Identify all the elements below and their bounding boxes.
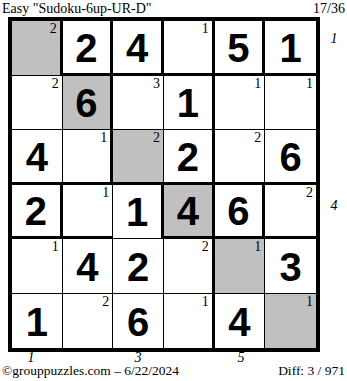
cell-r1c4[interactable]: 1 [164,21,215,76]
row-label-right-1: 1 [324,31,344,47]
cell-r3c4[interactable]: 2 [164,130,215,185]
cell-r4c1[interactable]: 2 [12,185,63,240]
cell-value: 4 [26,135,48,177]
cell-r5c1[interactable]: 1 [12,239,63,294]
cell-r2c1[interactable]: 2 [12,76,63,131]
puzzle-title: Easy "Sudoku-6up-UR-D" [2,1,151,16]
cell-r6c5[interactable]: 4 [215,294,266,349]
cell-value: 1 [26,300,48,342]
cell-value: 1 [177,81,199,123]
cell-r6c6[interactable]: 1 [265,294,316,349]
col-label-bottom-3: 3 [118,350,158,364]
corner-mark: 1 [306,76,313,92]
cell-r2c6[interactable]: 1 [265,76,316,131]
cell-r2c4[interactable]: 1 [164,76,215,131]
cell-r4c6[interactable]: 2 [265,185,316,240]
corner-mark: 2 [202,239,209,255]
cell-r5c3[interactable]: 2 [113,239,164,294]
corner-mark: 1 [52,239,59,255]
cell-r1c5[interactable]: 5 [215,21,266,76]
corner-mark: 1 [306,294,313,310]
cell-value: 4 [76,245,98,287]
cell-value: 4 [126,26,148,68]
cell-value: 6 [280,135,302,177]
cell-r5c6[interactable]: 3 [265,239,316,294]
corner-mark: 3 [153,76,160,92]
col-label-bottom-5: 5 [221,350,261,364]
cell-r3c6[interactable]: 6 [265,130,316,185]
cell-r1c6[interactable]: 1 [265,21,316,76]
corner-mark: 2 [153,130,160,146]
footer-bar: ©grouppuzzles.com – 6/22/2024 Diff: 3 / … [2,363,345,378]
cell-r1c1[interactable]: 2 [12,21,63,76]
cell-r3c3[interactable]: 2 [113,130,164,185]
progress-counter: 17/36 [313,1,345,16]
corner-mark: 2 [50,21,57,37]
copyright-text: ©grouppuzzles.com – 6/22/2024 [2,363,179,378]
cell-r2c2[interactable]: 6 [63,76,114,131]
cell-value: 4 [228,300,250,342]
cell-value: 2 [25,189,47,231]
header-bar: Easy "Sudoku-6up-UR-D" 17/36 [2,1,345,16]
cell-value: 4 [177,189,199,231]
cell-value: 2 [75,26,97,68]
corner-mark: 1 [100,130,107,146]
cell-r4c4[interactable]: 4 [164,185,215,240]
corner-mark: 2 [52,76,59,92]
cell-value: 2 [127,245,149,287]
cell-r6c3[interactable]: 6 [113,294,164,349]
cell-value: 6 [127,300,149,342]
cell-r3c2[interactable]: 1 [63,130,114,185]
cell-r6c1[interactable]: 1 [12,294,63,349]
corner-mark: 1 [202,21,209,37]
corner-mark: 2 [306,185,313,201]
cell-r5c2[interactable]: 4 [63,239,114,294]
puzzle-page: { "game": "Sudoku 6x6 (grouppuzzles.com … [0,0,347,381]
sudoku-grid: 224151263111412226211462142213126141 [12,21,316,348]
cell-r2c3[interactable]: 3 [113,76,164,131]
cell-value: 6 [75,81,97,123]
difficulty-text: Diff: 3 / 971 [278,363,345,378]
cell-r4c2[interactable]: 1 [63,185,114,240]
cell-r4c5[interactable]: 6 [215,185,266,240]
cell-r1c3[interactable]: 4 [113,21,164,76]
corner-mark: 1 [254,239,261,255]
corner-mark: 1 [202,294,209,310]
cell-r6c2[interactable]: 2 [63,294,114,349]
corner-mark: 1 [254,76,261,92]
cell-r2c5[interactable]: 1 [215,76,266,131]
cell-r6c4[interactable]: 1 [164,294,215,349]
col-label-bottom-1: 1 [11,350,51,364]
cell-value: 1 [280,26,302,68]
cell-value: 3 [280,245,302,287]
corner-mark: 1 [102,185,109,201]
row-label-right-4: 4 [324,198,344,214]
cell-r5c5[interactable]: 1 [215,239,266,294]
cell-value: 1 [126,190,148,232]
cell-r1c2[interactable]: 2 [63,21,114,76]
sudoku-board: 224151263111412226211462142213126141 [8,17,320,352]
corner-mark: 2 [254,130,261,146]
cell-r3c1[interactable]: 4 [12,130,63,185]
cell-value: 5 [227,26,249,68]
cell-value: 2 [177,135,199,177]
cell-r5c4[interactable]: 2 [164,239,215,294]
corner-mark: 2 [102,294,109,310]
cell-r3c5[interactable]: 2 [215,130,266,185]
cell-r4c3[interactable]: 1 [113,185,164,240]
cell-value: 6 [227,189,249,231]
